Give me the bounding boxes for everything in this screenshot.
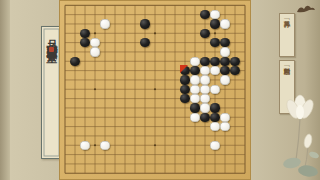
bird-icon: [296, 3, 316, 15]
white-stone: [80, 141, 89, 150]
white-stone: [100, 19, 109, 28]
star-point: [94, 32, 96, 34]
white-stone: [190, 113, 199, 122]
white-stone: [220, 47, 229, 56]
black-stone: [180, 75, 189, 84]
white-stone: [90, 38, 99, 47]
white-stone: [200, 66, 209, 75]
white-stone: [220, 75, 229, 84]
star-point: [94, 144, 96, 146]
black-stone: [190, 66, 199, 75]
white-stone: [200, 94, 209, 103]
white-stone: [210, 141, 219, 150]
white-stone: [90, 47, 99, 56]
lotus-flower: [280, 85, 320, 180]
star-point: [154, 144, 156, 146]
black-stone: [200, 10, 209, 19]
black-stone: [140, 38, 149, 47]
black-stone: [220, 57, 229, 66]
black-stone: [200, 57, 209, 66]
white-stone: [210, 10, 219, 19]
black-stone: [220, 38, 229, 47]
white-stone: [210, 85, 219, 94]
black-stone: [230, 66, 239, 75]
white-stone: [100, 141, 109, 150]
black-stone: [210, 19, 219, 28]
black-stone: [210, 113, 219, 122]
black-stone: [70, 57, 79, 66]
black-stone: [180, 94, 189, 103]
black-stone: [180, 85, 189, 94]
black-stone: [190, 103, 199, 112]
white-stone: [220, 113, 229, 122]
star-point: [154, 32, 156, 34]
star-point: [94, 88, 96, 90]
white-stone: [200, 85, 209, 94]
star-point: [154, 88, 156, 90]
white-stone: [210, 66, 219, 75]
white-stone: [210, 122, 219, 131]
star-point: [214, 32, 216, 34]
black-stone: [220, 66, 229, 75]
black-stone: [200, 113, 209, 122]
black-stone: [210, 103, 219, 112]
white-stone: [190, 94, 199, 103]
right-plaque-top: 「吟風弄月」: [279, 13, 295, 57]
black-stone: [200, 29, 209, 38]
white-stone: [220, 122, 229, 131]
black-stone: [210, 57, 219, 66]
left-banner-text: 月子聯圍棋賽堂: [44, 31, 59, 45]
white-stone: [190, 57, 199, 66]
white-stone: [220, 19, 229, 28]
left-banner-seal-icon: [49, 47, 54, 52]
white-stone: [190, 75, 199, 84]
paper-edge-left: [0, 0, 10, 180]
black-stone: [140, 19, 149, 28]
screenshot-root: 月子聯圍棋賽堂 「吟風弄月」 「中段示範對局」: [0, 0, 320, 180]
black-stone: [210, 38, 219, 47]
black-stone: [80, 38, 89, 47]
black-stone: [230, 57, 239, 66]
black-stone: [80, 29, 89, 38]
go-board[interactable]: [59, 0, 251, 180]
white-stone: [200, 75, 209, 84]
white-stone: [190, 85, 199, 94]
white-stone: [200, 103, 209, 112]
last-move-marker: [180, 65, 188, 73]
